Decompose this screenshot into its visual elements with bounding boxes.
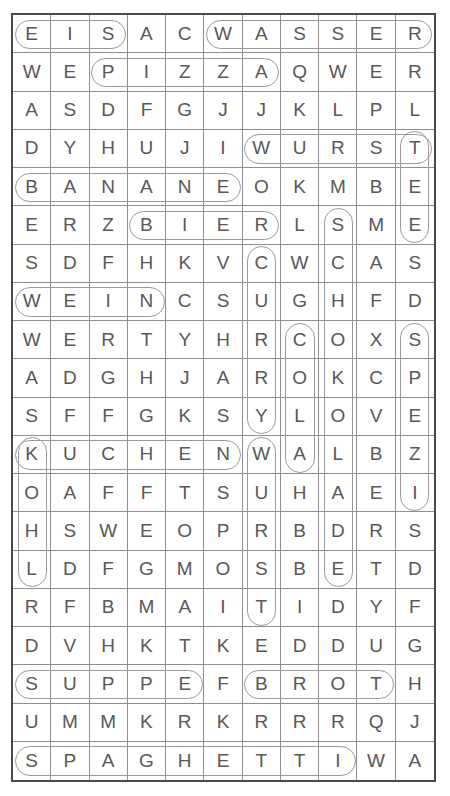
grid-cell-r7c7[interactable]: C xyxy=(243,245,281,283)
grid-cell-r4c8[interactable]: U xyxy=(281,130,319,168)
grid-cell-r8c2[interactable]: E xyxy=(51,283,89,321)
grid-cell-r3c2[interactable]: S xyxy=(51,92,89,130)
grid-cell-r14c1[interactable]: H xyxy=(13,512,51,550)
grid-cell-r8c6[interactable]: S xyxy=(204,283,242,321)
grid-cell-r9c1[interactable]: W xyxy=(13,321,51,359)
grid-cell-r16c9[interactable]: D xyxy=(319,589,357,627)
letter-grid: EISACWASSERWEPIZZAQWERASDFGJJKLPLDYHUJIW… xyxy=(13,15,434,780)
grid-cell-r17c8[interactable]: D xyxy=(281,627,319,665)
grid-cell-r6c3[interactable]: Z xyxy=(90,206,128,244)
grid-cell-r14c4[interactable]: E xyxy=(128,512,166,550)
grid-cell-r19c9[interactable]: R xyxy=(319,704,357,742)
grid-cell-r16c2[interactable]: F xyxy=(51,589,89,627)
grid-cell-r7c10[interactable]: A xyxy=(357,245,395,283)
grid-cell-r10c1[interactable]: A xyxy=(13,359,51,397)
grid-cell-r8c8[interactable]: G xyxy=(281,283,319,321)
word-search-board: EISACWASSERWEPIZZAQWERASDFGJJKLPLDYHUJIW… xyxy=(11,13,436,782)
grid-cell-r10c2[interactable]: D xyxy=(51,359,89,397)
grid-cell-r8c5[interactable]: C xyxy=(166,283,204,321)
grid-cell-r9c9[interactable]: O xyxy=(319,321,357,359)
grid-cell-r18c9[interactable]: O xyxy=(319,665,357,703)
grid-cell-r15c10[interactable]: T xyxy=(357,551,395,589)
grid-cell-r2c4[interactable]: I xyxy=(128,53,166,91)
grid-cell-r19c3[interactable]: M xyxy=(90,704,128,742)
grid-cell-r7c9[interactable]: C xyxy=(319,245,357,283)
grid-cell-r18c10[interactable]: T xyxy=(357,665,395,703)
grid-cell-r6c8[interactable]: L xyxy=(281,206,319,244)
grid-cell-r2c2[interactable]: E xyxy=(51,53,89,91)
grid-cell-r17c5[interactable]: T xyxy=(166,627,204,665)
grid-cell-r4c5[interactable]: J xyxy=(166,130,204,168)
grid-cell-r17c7[interactable]: E xyxy=(243,627,281,665)
grid-cell-r13c5[interactable]: T xyxy=(166,474,204,512)
grid-cell-r16c6[interactable]: I xyxy=(204,589,242,627)
grid-cell-r7c11[interactable]: S xyxy=(396,245,434,283)
grid-cell-r10c5[interactable]: J xyxy=(166,359,204,397)
grid-cell-r7c3[interactable]: F xyxy=(90,245,128,283)
grid-cell-r2c10[interactable]: E xyxy=(357,53,395,91)
grid-cell-r11c11[interactable]: E xyxy=(396,398,434,436)
grid-cell-r1c10[interactable]: E xyxy=(357,15,395,53)
grid-cell-r15c1[interactable]: L xyxy=(13,551,51,589)
grid-cell-r17c1[interactable]: D xyxy=(13,627,51,665)
grid-cell-r16c3[interactable]: B xyxy=(90,589,128,627)
grid-cell-r11c9[interactable]: O xyxy=(319,398,357,436)
grid-cell-r16c11[interactable]: F xyxy=(396,589,434,627)
grid-cell-r4c10[interactable]: S xyxy=(357,130,395,168)
grid-cell-r14c8[interactable]: B xyxy=(281,512,319,550)
grid-cell-r18c2[interactable]: U xyxy=(51,665,89,703)
grid-cell-r15c8[interactable]: B xyxy=(281,551,319,589)
grid-cell-r11c3[interactable]: F xyxy=(90,398,128,436)
grid-cell-r8c1[interactable]: W xyxy=(13,283,51,321)
grid-cell-r6c5[interactable]: I xyxy=(166,206,204,244)
grid-cell-r17c3[interactable]: H xyxy=(90,627,128,665)
grid-cell-r6c11[interactable]: E xyxy=(396,206,434,244)
grid-cell-r8c3[interactable]: I xyxy=(90,283,128,321)
grid-cell-r15c2[interactable]: D xyxy=(51,551,89,589)
grid-cell-r19c11[interactable]: J xyxy=(396,704,434,742)
grid-cell-r20c3[interactable]: A xyxy=(90,742,128,780)
grid-cell-r3c7[interactable]: J xyxy=(243,92,281,130)
grid-cell-r20c7[interactable]: T xyxy=(243,742,281,780)
grid-cell-r20c2[interactable]: P xyxy=(51,742,89,780)
grid-cell-r14c3[interactable]: W xyxy=(90,512,128,550)
grid-cell-r12c5[interactable]: E xyxy=(166,436,204,474)
grid-cell-r1c7[interactable]: A xyxy=(243,15,281,53)
grid-cell-r10c6[interactable]: A xyxy=(204,359,242,397)
grid-cell-r5c4[interactable]: A xyxy=(128,168,166,206)
grid-cell-r6c10[interactable]: M xyxy=(357,206,395,244)
grid-cell-r3c11[interactable]: L xyxy=(396,92,434,130)
grid-cell-r3c9[interactable]: L xyxy=(319,92,357,130)
grid-cell-r15c4[interactable]: G xyxy=(128,551,166,589)
grid-cell-r12c4[interactable]: H xyxy=(128,436,166,474)
grid-cell-r16c1[interactable]: R xyxy=(13,589,51,627)
grid-cell-r1c1[interactable]: E xyxy=(13,15,51,53)
grid-cell-r9c7[interactable]: R xyxy=(243,321,281,359)
grid-cell-r1c5[interactable]: C xyxy=(166,15,204,53)
grid-cell-r4c7[interactable]: W xyxy=(243,130,281,168)
grid-cell-r11c4[interactable]: G xyxy=(128,398,166,436)
grid-cell-r18c8[interactable]: R xyxy=(281,665,319,703)
grid-cell-r5c2[interactable]: A xyxy=(51,168,89,206)
grid-cell-r4c4[interactable]: U xyxy=(128,130,166,168)
grid-cell-r1c8[interactable]: S xyxy=(281,15,319,53)
grid-cell-r12c7[interactable]: W xyxy=(243,436,281,474)
grid-cell-r20c4[interactable]: G xyxy=(128,742,166,780)
grid-cell-r16c8[interactable]: I xyxy=(281,589,319,627)
grid-cell-r17c11[interactable]: G xyxy=(396,627,434,665)
grid-cell-r1c9[interactable]: S xyxy=(319,15,357,53)
grid-cell-r2c9[interactable]: W xyxy=(319,53,357,91)
grid-cell-r9c5[interactable]: Y xyxy=(166,321,204,359)
grid-cell-r14c5[interactable]: O xyxy=(166,512,204,550)
grid-cell-r4c1[interactable]: D xyxy=(13,130,51,168)
grid-cell-r5c3[interactable]: N xyxy=(90,168,128,206)
grid-cell-r6c4[interactable]: B xyxy=(128,206,166,244)
grid-cell-r20c8[interactable]: T xyxy=(281,742,319,780)
grid-cell-r9c4[interactable]: T xyxy=(128,321,166,359)
grid-cell-r2c1[interactable]: W xyxy=(13,53,51,91)
grid-cell-r9c10[interactable]: X xyxy=(357,321,395,359)
grid-cell-r2c7[interactable]: A xyxy=(243,53,281,91)
grid-cell-r20c1[interactable]: S xyxy=(13,742,51,780)
grid-cell-r15c11[interactable]: D xyxy=(396,551,434,589)
grid-cell-r10c9[interactable]: K xyxy=(319,359,357,397)
grid-cell-r14c9[interactable]: D xyxy=(319,512,357,550)
grid-cell-r2c5[interactable]: Z xyxy=(166,53,204,91)
grid-cell-r2c3[interactable]: P xyxy=(90,53,128,91)
grid-cell-r6c9[interactable]: S xyxy=(319,206,357,244)
grid-cell-r6c1[interactable]: E xyxy=(13,206,51,244)
grid-cell-r19c4[interactable]: K xyxy=(128,704,166,742)
grid-cell-r12c9[interactable]: L xyxy=(319,436,357,474)
grid-cell-r19c8[interactable]: R xyxy=(281,704,319,742)
grid-cell-r11c8[interactable]: L xyxy=(281,398,319,436)
grid-cell-r18c11[interactable]: H xyxy=(396,665,434,703)
grid-cell-r7c4[interactable]: H xyxy=(128,245,166,283)
grid-cell-r2c8[interactable]: Q xyxy=(281,53,319,91)
grid-cell-r15c9[interactable]: E xyxy=(319,551,357,589)
grid-cell-r20c9[interactable]: I xyxy=(319,742,357,780)
grid-cell-r10c11[interactable]: P xyxy=(396,359,434,397)
grid-cell-r18c6[interactable]: F xyxy=(204,665,242,703)
grid-cell-r10c10[interactable]: C xyxy=(357,359,395,397)
grid-cell-r11c2[interactable]: F xyxy=(51,398,89,436)
grid-cell-r3c6[interactable]: J xyxy=(204,92,242,130)
grid-cell-r4c11[interactable]: T xyxy=(396,130,434,168)
grid-cell-r14c2[interactable]: S xyxy=(51,512,89,550)
grid-cell-r9c2[interactable]: E xyxy=(51,321,89,359)
grid-cell-r1c3[interactable]: S xyxy=(90,15,128,53)
grid-cell-r18c4[interactable]: P xyxy=(128,665,166,703)
grid-cell-r17c4[interactable]: K xyxy=(128,627,166,665)
grid-cell-r13c1[interactable]: O xyxy=(13,474,51,512)
grid-cell-r16c5[interactable]: A xyxy=(166,589,204,627)
grid-cell-r20c5[interactable]: H xyxy=(166,742,204,780)
grid-cell-r14c6[interactable]: P xyxy=(204,512,242,550)
grid-cell-r18c3[interactable]: P xyxy=(90,665,128,703)
grid-cell-r12c6[interactable]: N xyxy=(204,436,242,474)
grid-cell-r19c5[interactable]: R xyxy=(166,704,204,742)
grid-cell-r6c6[interactable]: E xyxy=(204,206,242,244)
grid-cell-r3c1[interactable]: A xyxy=(13,92,51,130)
grid-cell-r17c9[interactable]: D xyxy=(319,627,357,665)
grid-cell-r20c6[interactable]: E xyxy=(204,742,242,780)
grid-cell-r11c7[interactable]: Y xyxy=(243,398,281,436)
grid-cell-r9c8[interactable]: C xyxy=(281,321,319,359)
grid-cell-r15c3[interactable]: F xyxy=(90,551,128,589)
grid-cell-r2c11[interactable]: R xyxy=(396,53,434,91)
grid-cell-r5c1[interactable]: B xyxy=(13,168,51,206)
grid-cell-r5c10[interactable]: B xyxy=(357,168,395,206)
grid-cell-r11c10[interactable]: V xyxy=(357,398,395,436)
grid-cell-r1c11[interactable]: R xyxy=(396,15,434,53)
grid-cell-r1c2[interactable]: I xyxy=(51,15,89,53)
grid-cell-r5c5[interactable]: N xyxy=(166,168,204,206)
grid-cell-r3c8[interactable]: K xyxy=(281,92,319,130)
grid-cell-r17c2[interactable]: V xyxy=(51,627,89,665)
grid-cell-r19c7[interactable]: R xyxy=(243,704,281,742)
grid-cell-r18c1[interactable]: S xyxy=(13,665,51,703)
grid-cell-r13c4[interactable]: F xyxy=(128,474,166,512)
grid-cell-r11c1[interactable]: S xyxy=(13,398,51,436)
grid-cell-r8c4[interactable]: N xyxy=(128,283,166,321)
grid-cell-r9c3[interactable]: R xyxy=(90,321,128,359)
grid-cell-r20c11[interactable]: A xyxy=(396,742,434,780)
grid-cell-r13c3[interactable]: F xyxy=(90,474,128,512)
grid-cell-r11c5[interactable]: K xyxy=(166,398,204,436)
grid-cell-r16c7[interactable]: T xyxy=(243,589,281,627)
grid-cell-r19c1[interactable]: U xyxy=(13,704,51,742)
grid-cell-r12c10[interactable]: B xyxy=(357,436,395,474)
grid-cell-r12c3[interactable]: C xyxy=(90,436,128,474)
grid-cell-r1c4[interactable]: A xyxy=(128,15,166,53)
grid-cell-r9c11[interactable]: S xyxy=(396,321,434,359)
grid-cell-r17c6[interactable]: K xyxy=(204,627,242,665)
grid-cell-r1c6[interactable]: W xyxy=(204,15,242,53)
grid-cell-r2c6[interactable]: Z xyxy=(204,53,242,91)
grid-cell-r5c8[interactable]: K xyxy=(281,168,319,206)
grid-cell-r7c8[interactable]: W xyxy=(281,245,319,283)
grid-cell-r13c8[interactable]: H xyxy=(281,474,319,512)
grid-cell-r13c9[interactable]: A xyxy=(319,474,357,512)
grid-cell-r10c3[interactable]: G xyxy=(90,359,128,397)
grid-cell-r15c7[interactable]: S xyxy=(243,551,281,589)
grid-cell-r8c7[interactable]: U xyxy=(243,283,281,321)
grid-cell-r10c8[interactable]: O xyxy=(281,359,319,397)
grid-cell-r8c11[interactable]: D xyxy=(396,283,434,321)
grid-cell-r19c6[interactable]: K xyxy=(204,704,242,742)
grid-cell-r14c11[interactable]: S xyxy=(396,512,434,550)
word-search-page: EISACWASSERWEPIZZAQWERASDFGJJKLPLDYHUJIW… xyxy=(0,0,450,796)
grid-cell-r14c7[interactable]: R xyxy=(243,512,281,550)
grid-cell-r8c9[interactable]: H xyxy=(319,283,357,321)
grid-cell-r16c10[interactable]: Y xyxy=(357,589,395,627)
grid-cell-r8c10[interactable]: F xyxy=(357,283,395,321)
grid-cell-r10c4[interactable]: H xyxy=(128,359,166,397)
grid-cell-r14c10[interactable]: R xyxy=(357,512,395,550)
grid-cell-r12c2[interactable]: U xyxy=(51,436,89,474)
grid-cell-r12c11[interactable]: Z xyxy=(396,436,434,474)
grid-cell-r3c5[interactable]: G xyxy=(166,92,204,130)
grid-cell-r13c11[interactable]: I xyxy=(396,474,434,512)
grid-cell-r19c10[interactable]: Q xyxy=(357,704,395,742)
grid-cell-r4c2[interactable]: Y xyxy=(51,130,89,168)
grid-cell-r5c7[interactable]: O xyxy=(243,168,281,206)
grid-cell-r6c2[interactable]: R xyxy=(51,206,89,244)
grid-cell-r13c2[interactable]: A xyxy=(51,474,89,512)
grid-cell-r13c7[interactable]: U xyxy=(243,474,281,512)
grid-cell-r17c10[interactable]: U xyxy=(357,627,395,665)
grid-cell-r9c6[interactable]: H xyxy=(204,321,242,359)
grid-cell-r15c5[interactable]: M xyxy=(166,551,204,589)
grid-cell-r12c1[interactable]: K xyxy=(13,436,51,474)
grid-cell-r6c7[interactable]: R xyxy=(243,206,281,244)
grid-cell-r3c10[interactable]: P xyxy=(357,92,395,130)
grid-cell-r4c6[interactable]: I xyxy=(204,130,242,168)
grid-cell-r18c5[interactable]: E xyxy=(166,665,204,703)
grid-cell-r12c8[interactable]: A xyxy=(281,436,319,474)
grid-cell-r13c6[interactable]: S xyxy=(204,474,242,512)
grid-cell-r16c4[interactable]: M xyxy=(128,589,166,627)
grid-cell-r10c7[interactable]: R xyxy=(243,359,281,397)
grid-cell-r15c6[interactable]: O xyxy=(204,551,242,589)
grid-cell-r3c3[interactable]: D xyxy=(90,92,128,130)
grid-cell-r5c9[interactable]: M xyxy=(319,168,357,206)
grid-cell-r4c9[interactable]: R xyxy=(319,130,357,168)
grid-cell-r5c6[interactable]: E xyxy=(204,168,242,206)
grid-cell-r7c1[interactable]: S xyxy=(13,245,51,283)
grid-cell-r7c2[interactable]: D xyxy=(51,245,89,283)
grid-cell-r7c5[interactable]: K xyxy=(166,245,204,283)
grid-cell-r19c2[interactable]: M xyxy=(51,704,89,742)
grid-cell-r18c7[interactable]: B xyxy=(243,665,281,703)
grid-cell-r3c4[interactable]: F xyxy=(128,92,166,130)
grid-cell-r13c10[interactable]: E xyxy=(357,474,395,512)
grid-cell-r11c6[interactable]: S xyxy=(204,398,242,436)
grid-cell-r20c10[interactable]: W xyxy=(357,742,395,780)
grid-cell-r5c11[interactable]: E xyxy=(396,168,434,206)
grid-cell-r4c3[interactable]: H xyxy=(90,130,128,168)
grid-cell-r7c6[interactable]: V xyxy=(204,245,242,283)
